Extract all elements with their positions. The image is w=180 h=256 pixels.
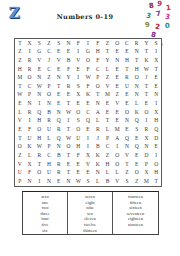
grid-cell-r15c2[interactable]: X: [25, 160, 35, 169]
grid-cell-r1c1[interactable]: T: [15, 39, 25, 48]
grid-cell-r13c3[interactable]: W: [34, 143, 44, 152]
grid-cell-r4c13[interactable]: H: [132, 65, 142, 74]
grid-cell-r11c9[interactable]: R: [93, 125, 103, 134]
grid-cell-r11c10[interactable]: L: [103, 125, 113, 134]
word-list-column-3: fourteenfifteensixteenseventeeneighteenn…: [113, 192, 158, 234]
grid-cell-r12c2[interactable]: U: [25, 134, 35, 143]
grid-cell-r10c2[interactable]: I: [25, 117, 35, 126]
grid-cell-r12c10[interactable]: P: [103, 134, 113, 143]
grid-cell-r1c8[interactable]: I: [83, 39, 93, 48]
grid-cell-r11c3[interactable]: O: [34, 125, 44, 134]
grid-cell-r9c4[interactable]: B: [44, 108, 54, 117]
grid-cell-r14c7[interactable]: F: [73, 151, 83, 160]
grid-cell-r1c10[interactable]: Z: [103, 39, 113, 48]
grid-cell-r15c3[interactable]: T: [34, 160, 44, 169]
grid-cell-r3c8[interactable]: O: [83, 56, 93, 65]
grid-cell-r12c8[interactable]: I: [83, 134, 93, 143]
grid-cell-r15c10[interactable]: H: [103, 160, 113, 169]
grid-cell-r14c12[interactable]: V: [122, 151, 132, 160]
grid-cell-r14c1[interactable]: Z: [15, 151, 25, 160]
grid-cell-r10c13[interactable]: Q: [132, 117, 142, 126]
grid-cell-r14c2[interactable]: L: [25, 151, 35, 160]
grid-cell-r16c3[interactable]: O: [34, 169, 44, 178]
grid-cell-r6c9[interactable]: O: [93, 82, 103, 91]
grid-cell-r6c8[interactable]: F: [83, 82, 93, 91]
word-list-column-1: zeroonetwothreefourfivesix: [23, 192, 68, 234]
decorative-digit: 8: [148, 2, 154, 11]
grid-cell-r8c2[interactable]: N: [25, 100, 35, 109]
grid-cell-r12c12[interactable]: Q: [122, 134, 132, 143]
grid-cell-r4c1[interactable]: H: [15, 65, 25, 74]
grid-cell-r9c15[interactable]: X: [151, 108, 161, 117]
grid-cell-r16c5[interactable]: R: [54, 169, 64, 178]
grid-cell-r13c10[interactable]: C: [103, 143, 113, 152]
logo-z-icon: Z: [9, 4, 20, 22]
grid-cell-r11c4[interactable]: U: [44, 125, 54, 134]
grid-cell-r17c11[interactable]: V: [112, 177, 122, 186]
grid-cell-r16c8[interactable]: E: [83, 169, 93, 178]
grid-cell-r6c12[interactable]: U: [122, 82, 132, 91]
word-list: zeroonetwothreefourfivesix seveneightnin…: [22, 191, 159, 235]
grid-cell-r6c15[interactable]: E: [151, 82, 161, 91]
grid-cell-r6c3[interactable]: W: [34, 82, 44, 91]
grid-cell-r1c13[interactable]: R: [132, 39, 142, 48]
grid-cell-r2c2[interactable]: I: [25, 48, 35, 57]
grid-cell-r13c8[interactable]: I: [83, 143, 93, 152]
grid-cell-r12c14[interactable]: X: [142, 134, 152, 143]
grid-cell-r1c11[interactable]: O: [112, 39, 122, 48]
grid-cell-r2c5[interactable]: E: [54, 48, 64, 57]
grid-cell-r6c1[interactable]: T: [15, 82, 25, 91]
grid-cell-r15c11[interactable]: O: [112, 160, 122, 169]
grid-cell-r3c7[interactable]: V: [73, 56, 83, 65]
grid-cell-r17c7[interactable]: W: [73, 177, 83, 186]
grid-cell-r2c4[interactable]: C: [44, 48, 54, 57]
grid-cell-r11c8[interactable]: E: [83, 125, 93, 134]
grid-cell-r5c11[interactable]: E: [112, 74, 122, 83]
grid-cell-r15c7[interactable]: E: [73, 160, 83, 169]
grid-cell-r7c8[interactable]: K: [83, 91, 93, 100]
grid-cell-r8c11[interactable]: V: [112, 100, 122, 109]
grid-cell-r4c15[interactable]: T: [151, 65, 161, 74]
worksheet-page: Z Numbers 0-19 89137392084 TXSZSNFIFZOCR…: [0, 0, 180, 256]
grid-cell-r16c6[interactable]: T: [64, 169, 74, 178]
grid-cell-r11c2[interactable]: F: [25, 125, 35, 134]
grid-cell-r13c9[interactable]: B: [93, 143, 103, 152]
grid-cell-r9c13[interactable]: K: [132, 108, 142, 117]
grid-cell-r4c14[interactable]: W: [142, 65, 152, 74]
grid-cell-r4c4[interactable]: C: [44, 65, 54, 74]
grid-cell-r3c5[interactable]: V: [54, 56, 64, 65]
grid-cell-r11c11[interactable]: M: [112, 125, 122, 134]
grid-cell-r13c15[interactable]: E: [151, 143, 161, 152]
grid-cell-r4c3[interactable]: E: [34, 65, 44, 74]
grid-cell-r5c13[interactable]: O: [132, 74, 142, 83]
grid-cell-r9c9[interactable]: A: [93, 108, 103, 117]
grid-cell-r13c7[interactable]: H: [73, 143, 83, 152]
grid-cell-r13c2[interactable]: K: [25, 143, 35, 152]
grid-cell-r10c5[interactable]: Q: [54, 117, 64, 126]
grid-cell-r8c1[interactable]: E: [15, 100, 25, 109]
grid-cell-r5c8[interactable]: W: [83, 74, 93, 83]
grid-cell-r6c7[interactable]: S: [73, 82, 83, 91]
grid-cell-r15c15[interactable]: O: [151, 160, 161, 169]
grid-cell-r4c7[interactable]: E: [73, 65, 83, 74]
grid-cell-r15c12[interactable]: T: [122, 160, 132, 169]
grid-cell-r7c1[interactable]: W: [15, 91, 25, 100]
grid-cell-r5c7[interactable]: I: [73, 74, 83, 83]
grid-cell-r9c5[interactable]: N: [54, 108, 64, 117]
grid-cell-r17c14[interactable]: M: [142, 177, 152, 186]
grid-cell-r4c11[interactable]: E: [112, 65, 122, 74]
grid-cell-r7c10[interactable]: M: [103, 91, 113, 100]
grid-cell-r2c3[interactable]: G: [34, 48, 44, 57]
grid-cell-r8c9[interactable]: N: [93, 100, 103, 109]
grid-cell-r8c10[interactable]: E: [103, 100, 113, 109]
grid-cell-r5c3[interactable]: N: [34, 74, 44, 83]
grid-cell-r5c14[interactable]: J: [142, 74, 152, 83]
grid-cell-r10c10[interactable]: T: [103, 117, 113, 126]
decorative-digit: 3: [145, 12, 151, 21]
grid-cell-r6c14[interactable]: T: [142, 82, 152, 91]
grid-cell-r1c14[interactable]: Y: [142, 39, 152, 48]
grid-cell-r15c9[interactable]: K: [93, 160, 103, 169]
grid-cell-r10c3[interactable]: H: [34, 117, 44, 126]
grid-cell-r14c9[interactable]: K: [93, 151, 103, 160]
grid-cell-r4c8[interactable]: F: [83, 65, 93, 74]
decorative-digit: 9: [156, 0, 162, 8]
grid-cell-r17c2[interactable]: N: [25, 177, 35, 186]
grid-cell-r6c2[interactable]: C: [25, 82, 35, 91]
grid-cell-r7c15[interactable]: N: [151, 91, 161, 100]
grid-cell-r1c2[interactable]: X: [25, 39, 35, 48]
grid-cell-r16c10[interactable]: L: [103, 169, 113, 178]
grid-cell-r11c12[interactable]: E: [122, 125, 132, 134]
grid-cell-r17c12[interactable]: S: [122, 177, 132, 186]
grid-cell-r2c7[interactable]: I: [73, 48, 83, 57]
grid-cell-r15c1[interactable]: V: [15, 160, 25, 169]
grid-cell-r14c15[interactable]: I: [151, 151, 161, 160]
grid-cell-r17c15[interactable]: T: [151, 177, 161, 186]
grid-cell-r17c6[interactable]: N: [64, 177, 74, 186]
grid-cell-r12c7[interactable]: U: [73, 134, 83, 143]
grid-cell-r6c5[interactable]: T: [54, 82, 64, 91]
grid-cell-r7c7[interactable]: X: [73, 91, 83, 100]
grid-cell-r12c9[interactable]: J: [93, 134, 103, 143]
grid-cell-r10c6[interactable]: I: [64, 117, 74, 126]
word-list-item: nineteen: [113, 222, 158, 228]
grid-cell-r10c12[interactable]: N: [122, 117, 132, 126]
grid-cell-r9c8[interactable]: C: [83, 108, 93, 117]
grid-cell-r3c2[interactable]: R: [25, 56, 35, 65]
grid-cell-r11c15[interactable]: Q: [151, 125, 161, 134]
word-list-column-2: seveneightnineteneleventwelvethirteen: [68, 192, 113, 234]
grid-cell-r13c11[interactable]: I: [112, 143, 122, 152]
grid-cell-r17c4[interactable]: N: [44, 177, 54, 186]
grid-cell-r7c2[interactable]: P: [25, 91, 35, 100]
grid-cell-r12c11[interactable]: A: [112, 134, 122, 143]
grid-cell-r7c11[interactable]: Z: [112, 91, 122, 100]
grid-cell-r10c14[interactable]: I: [142, 117, 152, 126]
grid-cell-r9c10[interactable]: E: [103, 108, 113, 117]
grid-cell-r17c1[interactable]: P: [15, 177, 25, 186]
grid-cell-r13c5[interactable]: N: [54, 143, 64, 152]
grid-cell-r2c11[interactable]: E: [112, 48, 122, 57]
grid-cell-r17c3[interactable]: I: [34, 177, 44, 186]
grid-cell-r14c11[interactable]: O: [112, 151, 122, 160]
grid-cell-r12c5[interactable]: Q: [54, 134, 64, 143]
grid-cell-r2c14[interactable]: T: [142, 48, 152, 57]
grid-cell-r7c13[interactable]: N: [132, 91, 142, 100]
grid-cell-r1c5[interactable]: S: [54, 39, 64, 48]
grid-cell-r16c4[interactable]: U: [44, 169, 54, 178]
grid-cell-r7c12[interactable]: E: [122, 91, 132, 100]
grid-cell-r15c4[interactable]: H: [44, 160, 54, 169]
grid-cell-r2c10[interactable]: T: [103, 48, 113, 57]
grid-cell-r7c4[interactable]: O: [44, 91, 54, 100]
decorative-digit: 3: [164, 13, 170, 22]
grid-cell-r4c6[interactable]: F: [64, 65, 74, 74]
grid-cell-r2c15[interactable]: I: [151, 48, 161, 57]
grid-cell-r11c6[interactable]: T: [64, 125, 74, 134]
grid-cell-r11c5[interactable]: R: [54, 125, 64, 134]
grid-cell-r16c1[interactable]: U: [15, 169, 25, 178]
grid-cell-r14c3[interactable]: R: [34, 151, 44, 160]
grid-cell-r1c15[interactable]: S: [151, 39, 161, 48]
grid-cell-r15c8[interactable]: V: [83, 160, 93, 169]
grid-cell-r16c14[interactable]: X: [142, 169, 152, 178]
grid-cell-r15c14[interactable]: P: [142, 160, 152, 169]
grid-cell-r9c12[interactable]: O: [122, 108, 132, 117]
page-title: Numbers 0-19: [40, 13, 130, 21]
grid-cell-r5c12[interactable]: R: [122, 74, 132, 83]
grid-cell-r8c13[interactable]: L: [132, 100, 142, 109]
grid-cell-r3c4[interactable]: J: [44, 56, 54, 65]
word-list-item: thirteen: [68, 228, 112, 234]
grid-cell-r17c9[interactable]: L: [93, 177, 103, 186]
grid-cell-r6c6[interactable]: R: [64, 82, 74, 91]
grid-cell-r17c10[interactable]: B: [103, 177, 113, 186]
grid-cell-r9c6[interactable]: W: [64, 108, 74, 117]
grid-cell-r5c15[interactable]: E: [151, 74, 161, 83]
grid-cell-r8c6[interactable]: T: [64, 100, 74, 109]
grid-cell-r8c5[interactable]: E: [54, 100, 64, 109]
grid-cell-r5c1[interactable]: M: [15, 74, 25, 83]
grid-cell-r5c6[interactable]: Y: [64, 74, 74, 83]
grid-cell-r9c1[interactable]: L: [15, 108, 25, 117]
decorative-digit: 2: [154, 23, 160, 32]
grid-cell-r10c15[interactable]: H: [151, 117, 161, 126]
grid-cell-r14c5[interactable]: B: [54, 151, 64, 160]
grid-cell-r11c13[interactable]: S: [132, 125, 142, 134]
grid-cell-r12c1[interactable]: T: [15, 134, 25, 143]
grid-cell-r12c13[interactable]: E: [132, 134, 142, 143]
decorative-digit: 0: [164, 22, 170, 31]
grid-cell-r10c4[interactable]: R: [44, 117, 54, 126]
grid-cell-r8c14[interactable]: E: [142, 100, 152, 109]
grid-cell-r8c7[interactable]: E: [73, 100, 83, 109]
grid-cell-r9c7[interactable]: O: [73, 108, 83, 117]
grid-cell-r3c3[interactable]: V: [34, 56, 44, 65]
grid-cell-r10c1[interactable]: V: [15, 117, 25, 126]
grid-cell-r1c12[interactable]: C: [122, 39, 132, 48]
grid-cell-r12c6[interactable]: W: [64, 134, 74, 143]
grid-cell-r2c13[interactable]: N: [132, 48, 142, 57]
grid-cell-r10c9[interactable]: L: [93, 117, 103, 126]
grid-cell-r12c3[interactable]: H: [34, 134, 44, 143]
grid-cell-r1c7[interactable]: F: [73, 39, 83, 48]
grid-cell-r12c15[interactable]: D: [151, 134, 161, 143]
grid-cell-r6c4[interactable]: P: [44, 82, 54, 91]
grid-cell-r13c12[interactable]: N: [122, 143, 132, 152]
grid-cell-r6c13[interactable]: N: [132, 82, 142, 91]
grid-cell-r16c12[interactable]: Z: [122, 169, 132, 178]
grid-cell-r9c2[interactable]: R: [25, 108, 35, 117]
grid-cell-r3c13[interactable]: T: [132, 56, 142, 65]
grid-cell-r8c4[interactable]: N: [44, 100, 54, 109]
grid-cell-r14c13[interactable]: E: [132, 151, 142, 160]
grid-cell-r16c11[interactable]: L: [112, 169, 122, 178]
grid-cell-r7c6[interactable]: E: [64, 91, 74, 100]
grid-cell-r1c9[interactable]: F: [93, 39, 103, 48]
word-list-item: six: [23, 228, 67, 234]
grid-cell-r4c12[interactable]: T: [122, 65, 132, 74]
grid-cell-r7c14[interactable]: T: [142, 91, 152, 100]
grid-cell-r17c13[interactable]: Z: [132, 177, 142, 186]
grid-cell-r2c12[interactable]: E: [122, 48, 132, 57]
grid-cell-r7c3[interactable]: N: [34, 91, 44, 100]
grid-cell-r3c10[interactable]: Y: [103, 56, 113, 65]
grid-cell-r9c3[interactable]: Q: [34, 108, 44, 117]
word-search-board: TXSZSNFIFZOCRYSZIGCEEIGHTEENTIZRVJVBVOFY…: [14, 38, 162, 187]
grid-cell-r16c9[interactable]: N: [93, 169, 103, 178]
grid-cell-r16c15[interactable]: H: [151, 169, 161, 178]
grid-cell-r3c6[interactable]: B: [64, 56, 74, 65]
grid-cell-r13c13[interactable]: Q: [132, 143, 142, 152]
grid-cell-r1c4[interactable]: Z: [44, 39, 54, 48]
grid-cell-r2c9[interactable]: H: [93, 48, 103, 57]
grid-cell-r6c11[interactable]: E: [112, 82, 122, 91]
grid-cell-r6c10[interactable]: V: [103, 82, 113, 91]
grid-cell-r7c5[interactable]: E: [54, 91, 64, 100]
grid-cell-r3c9[interactable]: F: [93, 56, 103, 65]
grid-cell-r5c9[interactable]: P: [93, 74, 103, 83]
grid-cell-r13c6[interactable]: O: [64, 143, 74, 152]
grid-cell-r11c7[interactable]: O: [73, 125, 83, 134]
grid-cell-r2c8[interactable]: G: [83, 48, 93, 57]
grid-cell-r3c14[interactable]: K: [142, 56, 152, 65]
grid-cell-r13c14[interactable]: N: [142, 143, 152, 152]
grid-cell-r2c1[interactable]: Z: [15, 48, 25, 57]
decorative-digit: 9: [144, 21, 150, 30]
grid-cell-r4c9[interactable]: C: [93, 65, 103, 74]
grid-cell-r8c12[interactable]: E: [122, 100, 132, 109]
grid-cell-r14c10[interactable]: Z: [103, 151, 113, 160]
grid-cell-r15c13[interactable]: E: [132, 160, 142, 169]
grid-cell-r17c5[interactable]: E: [54, 177, 64, 186]
grid-cell-r1c6[interactable]: N: [64, 39, 74, 48]
grid-cell-r9c11[interactable]: E: [112, 108, 122, 117]
word-grid: TXSZSNFIFZOCRYSZIGCEEIGHTEENTIZRVJVBVOFY…: [15, 39, 161, 186]
grid-cell-r10c8[interactable]: Q: [83, 117, 93, 126]
grid-cell-r15c6[interactable]: E: [64, 160, 74, 169]
grid-cell-r5c2[interactable]: O: [25, 74, 35, 83]
grid-cell-r14c8[interactable]: X: [83, 151, 93, 160]
grid-cell-r10c7[interactable]: S: [73, 117, 83, 126]
grid-cell-r5c5[interactable]: N: [54, 74, 64, 83]
grid-cell-r8c3[interactable]: I: [34, 100, 44, 109]
grid-cell-r14c4[interactable]: C: [44, 151, 54, 160]
grid-cell-r9c14[interactable]: O: [142, 108, 152, 117]
grid-cell-r14c14[interactable]: D: [142, 151, 152, 160]
grid-cell-r13c1[interactable]: O: [15, 143, 25, 152]
grid-cell-r12c4[interactable]: L: [44, 134, 54, 143]
grid-cell-r16c13[interactable]: O: [132, 169, 142, 178]
grid-cell-r8c8[interactable]: E: [83, 100, 93, 109]
grid-cell-r4c10[interactable]: L: [103, 65, 113, 74]
grid-cell-r11c1[interactable]: E: [15, 125, 25, 134]
grid-cell-r3c12[interactable]: H: [122, 56, 132, 65]
grid-cell-r17c8[interactable]: S: [83, 177, 93, 186]
grid-cell-r5c10[interactable]: Z: [103, 74, 113, 83]
grid-cell-r16c2[interactable]: F: [25, 169, 35, 178]
decorative-digit: 7: [155, 10, 161, 19]
grid-cell-r15c5[interactable]: R: [54, 160, 64, 169]
grid-cell-r7c9[interactable]: T: [93, 91, 103, 100]
grid-cell-r8c15[interactable]: I: [151, 100, 161, 109]
grid-cell-r3c1[interactable]: Z: [15, 56, 25, 65]
grid-cell-r13c4[interactable]: P: [44, 143, 54, 152]
grid-cell-r3c11[interactable]: N: [112, 56, 122, 65]
grid-cell-r5c4[interactable]: Z: [44, 74, 54, 83]
grid-cell-r10c11[interactable]: E: [112, 117, 122, 126]
grid-cell-r11c14[interactable]: R: [142, 125, 152, 134]
grid-cell-r1c3[interactable]: S: [34, 39, 44, 48]
decorative-digit: 1: [165, 4, 171, 13]
grid-cell-r3c15[interactable]: X: [151, 56, 161, 65]
grid-cell-r4c5[interactable]: E: [54, 65, 64, 74]
grid-cell-r4c2[interactable]: R: [25, 65, 35, 74]
grid-cell-r14c6[interactable]: T: [64, 151, 74, 160]
grid-cell-r16c7[interactable]: E: [73, 169, 83, 178]
grid-cell-r2c6[interactable]: E: [64, 48, 74, 57]
